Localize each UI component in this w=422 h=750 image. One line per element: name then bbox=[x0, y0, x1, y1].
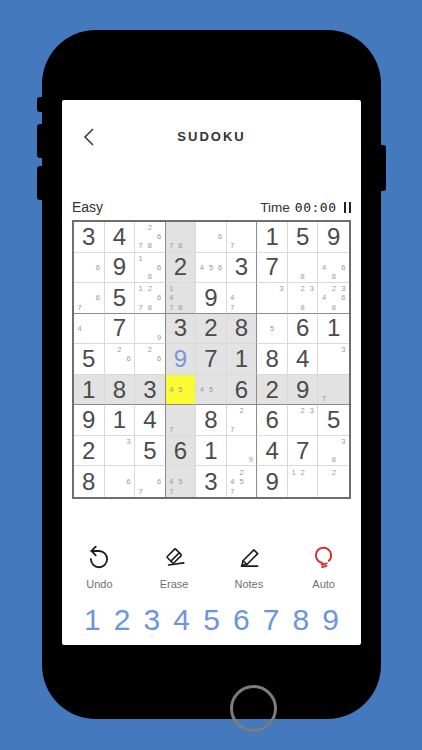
given-digit: 8 bbox=[82, 470, 95, 494]
pencil-notes: 2678 bbox=[136, 223, 164, 251]
cell-r2c8[interactable]: 8 bbox=[288, 253, 319, 284]
auto-label: Auto bbox=[312, 578, 335, 590]
cell-r9c6[interactable]: 2457 bbox=[227, 466, 258, 497]
given-digit: 3 bbox=[143, 378, 156, 402]
numpad-4[interactable]: 4 bbox=[173, 600, 190, 640]
given-digit: 8 bbox=[265, 347, 278, 371]
cell-r8c5[interactable]: 1 bbox=[196, 436, 227, 467]
cell-r3c3[interactable]: 12678 bbox=[135, 283, 166, 314]
cell-r6c2[interactable]: 8 bbox=[105, 375, 136, 406]
pencil-notes: 38 bbox=[319, 437, 348, 465]
blue-background: SUDOKU Easy Time 00:00 34267878671596916… bbox=[0, 0, 422, 750]
pencil-notes: 457 bbox=[167, 467, 195, 496]
given-digit: 9 bbox=[113, 255, 126, 279]
cell-r2c4[interactable]: 2 bbox=[166, 253, 197, 284]
pencil-notes: 2457 bbox=[228, 467, 256, 496]
given-digit: 5 bbox=[143, 439, 156, 463]
cell-r5c2[interactable]: 26 bbox=[105, 344, 136, 375]
pencil-notes: 26 bbox=[106, 345, 134, 373]
given-digit: 2 bbox=[174, 255, 187, 279]
undo-label: Undo bbox=[86, 578, 112, 590]
given-digit: 1 bbox=[82, 378, 95, 402]
cell-r4c9[interactable]: 1 bbox=[318, 314, 349, 345]
pencil-notes: 238 bbox=[289, 284, 317, 312]
cell-r1c5[interactable]: 6 bbox=[196, 222, 227, 253]
cell-r6c4[interactable]: 45 bbox=[166, 375, 197, 406]
cell-r3c9[interactable]: 23468 bbox=[318, 283, 349, 314]
cell-r2c3[interactable]: 168 bbox=[135, 253, 166, 284]
numpad-1[interactable]: 1 bbox=[84, 600, 101, 640]
pencil-notes: 27 bbox=[228, 406, 256, 434]
given-digit: 9 bbox=[327, 225, 340, 249]
sudoku-grid: 3426787867159691682456378468675126781478… bbox=[72, 220, 351, 499]
given-digit: 8 bbox=[113, 378, 126, 402]
cell-r2c7[interactable]: 7 bbox=[257, 253, 288, 284]
cell-r2c5[interactable]: 456 bbox=[196, 253, 227, 284]
erase-button[interactable]: Erase bbox=[137, 545, 212, 590]
given-digit: 9 bbox=[82, 408, 95, 432]
given-digit: 5 bbox=[113, 286, 126, 310]
given-digit: 3 bbox=[174, 316, 187, 340]
pencil-notes: 23 bbox=[289, 406, 317, 434]
cell-r1c2[interactable]: 4 bbox=[105, 222, 136, 253]
notes-button[interactable]: Notes bbox=[212, 545, 287, 590]
given-digit: 2 bbox=[82, 439, 95, 463]
cell-r9c5[interactable]: 3 bbox=[196, 466, 227, 497]
cell-r7c4[interactable]: 7 bbox=[166, 405, 197, 436]
pencil-notes: 6 bbox=[75, 254, 103, 282]
cell-r6c3[interactable]: 3 bbox=[135, 375, 166, 406]
undo-button[interactable]: Undo bbox=[62, 545, 137, 590]
given-digit: 6 bbox=[235, 378, 248, 402]
given-digit: 6 bbox=[174, 439, 187, 463]
cell-r2c2[interactable]: 9 bbox=[105, 253, 136, 284]
cell-r9c9[interactable]: 2 bbox=[318, 466, 349, 497]
pencil-notes: 12678 bbox=[136, 284, 164, 312]
notes-label: Notes bbox=[235, 578, 264, 590]
cell-r6c5[interactable]: 45 bbox=[196, 375, 227, 406]
given-digit: 7 bbox=[296, 439, 309, 463]
given-digit: 7 bbox=[113, 316, 126, 340]
page-title: SUDOKU bbox=[62, 124, 361, 150]
cell-r5c6[interactable]: 1 bbox=[227, 344, 258, 375]
cell-r6c7[interactable]: 2 bbox=[257, 375, 288, 406]
undo-icon bbox=[86, 545, 112, 571]
app-screen: SUDOKU Easy Time 00:00 34267878671596916… bbox=[62, 100, 361, 645]
cell-r4c1[interactable]: 4 bbox=[74, 314, 105, 345]
cell-r1c8[interactable]: 5 bbox=[288, 222, 319, 253]
pencil-notes: 5 bbox=[258, 315, 286, 343]
cell-r5c8[interactable]: 4 bbox=[288, 344, 319, 375]
cell-r4c5[interactable]: 2 bbox=[196, 314, 227, 345]
pencil-notes: 4 bbox=[75, 315, 103, 343]
app-header: SUDOKU bbox=[62, 124, 361, 150]
cell-r7c7[interactable]: 6 bbox=[257, 405, 288, 436]
given-digit: 8 bbox=[235, 316, 248, 340]
cell-r4c6[interactable]: 8 bbox=[227, 314, 258, 345]
cell-r8c3[interactable]: 5 bbox=[135, 436, 166, 467]
auto-button[interactable]: Auto bbox=[286, 545, 361, 590]
cell-r8c7[interactable]: 4 bbox=[257, 436, 288, 467]
pencil-notes: 7 bbox=[228, 223, 256, 251]
numpad-5[interactable]: 5 bbox=[203, 600, 220, 640]
cell-r8c8[interactable]: 7 bbox=[288, 436, 319, 467]
cell-r4c4[interactable]: 3 bbox=[166, 314, 197, 345]
pencil-icon bbox=[236, 545, 262, 571]
hint-bulb-icon bbox=[311, 545, 337, 571]
given-digit: 4 bbox=[265, 439, 278, 463]
pencil-notes: 168 bbox=[136, 254, 164, 282]
pencil-notes: 6 bbox=[106, 467, 134, 496]
pencil-notes: 7 bbox=[167, 406, 195, 434]
pencil-notes: 67 bbox=[136, 467, 164, 496]
cell-r7c6[interactable]: 27 bbox=[227, 405, 258, 436]
number-pad: 1 2 3 4 5 6 7 8 9 bbox=[84, 600, 339, 640]
cell-r3c1[interactable]: 67 bbox=[74, 283, 105, 314]
cell-r2c6[interactable]: 3 bbox=[227, 253, 258, 284]
cell-r3c4[interactable]: 1478 bbox=[166, 283, 197, 314]
cell-r9c1[interactable]: 8 bbox=[74, 466, 105, 497]
cell-r1c3[interactable]: 2678 bbox=[135, 222, 166, 253]
pencil-notes: 26 bbox=[136, 345, 164, 373]
cell-r1c9[interactable]: 9 bbox=[318, 222, 349, 253]
cell-r2c9[interactable]: 468 bbox=[318, 253, 349, 284]
given-digit: 9 bbox=[265, 470, 278, 494]
pencil-notes: 3 bbox=[258, 284, 286, 312]
erase-label: Erase bbox=[160, 578, 189, 590]
cell-r6c9[interactable]: 7 bbox=[318, 375, 349, 406]
cell-r3c2[interactable]: 5 bbox=[105, 283, 136, 314]
cell-r8c6[interactable]: 9 bbox=[227, 436, 258, 467]
cell-r9c2[interactable]: 6 bbox=[105, 466, 136, 497]
given-digit: 3 bbox=[82, 225, 95, 249]
home-button[interactable] bbox=[230, 685, 277, 732]
given-digit: 7 bbox=[265, 255, 278, 279]
cell-r9c3[interactable]: 67 bbox=[135, 466, 166, 497]
numpad-9[interactable]: 9 bbox=[322, 600, 339, 640]
given-digit: 8 bbox=[204, 408, 217, 432]
cell-r3c8[interactable]: 238 bbox=[288, 283, 319, 314]
pencil-notes: 47 bbox=[228, 284, 256, 312]
cell-r3c6[interactable]: 47 bbox=[227, 283, 258, 314]
cell-r1c4[interactable]: 78 bbox=[166, 222, 197, 253]
cell-r5c9[interactable]: 3 bbox=[318, 344, 349, 375]
back-button[interactable] bbox=[78, 125, 102, 149]
cell-r7c2[interactable]: 1 bbox=[105, 405, 136, 436]
given-digit: 1 bbox=[265, 225, 278, 249]
cell-r1c1[interactable]: 3 bbox=[74, 222, 105, 253]
cell-r8c1[interactable]: 2 bbox=[74, 436, 105, 467]
pencil-notes: 7 bbox=[319, 376, 348, 404]
given-digit: 1 bbox=[235, 347, 248, 371]
given-digit: 5 bbox=[327, 408, 340, 432]
numpad-2[interactable]: 2 bbox=[114, 600, 131, 640]
cell-r7c9[interactable]: 5 bbox=[318, 405, 349, 436]
time-label: Time bbox=[260, 200, 290, 215]
given-digit: 4 bbox=[143, 408, 156, 432]
pencil-notes: 78 bbox=[167, 223, 195, 251]
cell-r5c1[interactable]: 5 bbox=[74, 344, 105, 375]
given-digit: 5 bbox=[82, 347, 95, 371]
chevron-left-icon bbox=[78, 135, 102, 152]
cell-r4c2[interactable]: 7 bbox=[105, 314, 136, 345]
cell-r4c7[interactable]: 5 bbox=[257, 314, 288, 345]
cell-r5c7[interactable]: 8 bbox=[257, 344, 288, 375]
eraser-icon bbox=[161, 545, 187, 571]
pencil-notes: 45 bbox=[197, 376, 225, 404]
cell-r6c1[interactable]: 1 bbox=[74, 375, 105, 406]
pencil-notes: 23468 bbox=[319, 284, 348, 312]
given-digit: 4 bbox=[296, 347, 309, 371]
cell-r9c8[interactable]: 12 bbox=[288, 466, 319, 497]
toolbar: Undo Erase bbox=[62, 545, 361, 590]
pencil-notes: 456 bbox=[197, 254, 225, 282]
cell-r4c8[interactable]: 6 bbox=[288, 314, 319, 345]
cell-r5c3[interactable]: 26 bbox=[135, 344, 166, 375]
cell-r7c8[interactable]: 23 bbox=[288, 405, 319, 436]
given-digit: 9 bbox=[296, 378, 309, 402]
numpad-7[interactable]: 7 bbox=[263, 600, 280, 640]
cell-r6c8[interactable]: 9 bbox=[288, 375, 319, 406]
numpad-6[interactable]: 6 bbox=[233, 600, 250, 640]
cell-r6c6[interactable]: 6 bbox=[227, 375, 258, 406]
time-value: 00:00 bbox=[295, 200, 337, 215]
given-digit: 5 bbox=[296, 225, 309, 249]
user-digit: 9 bbox=[174, 347, 187, 371]
given-digit: 1 bbox=[113, 408, 126, 432]
cell-r7c3[interactable]: 4 bbox=[135, 405, 166, 436]
pencil-notes: 3 bbox=[106, 437, 134, 465]
pencil-notes: 67 bbox=[75, 284, 103, 312]
cell-r3c7[interactable]: 3 bbox=[257, 283, 288, 314]
cell-r4c3[interactable]: 9 bbox=[135, 314, 166, 345]
pause-icon[interactable] bbox=[344, 202, 352, 213]
pencil-notes: 45 bbox=[167, 376, 195, 404]
pencil-notes: 12 bbox=[289, 467, 317, 496]
given-digit: 3 bbox=[204, 470, 217, 494]
given-digit: 2 bbox=[265, 378, 278, 402]
timer: Time 00:00 bbox=[260, 200, 351, 215]
cell-r3c5[interactable]: 9 bbox=[196, 283, 227, 314]
info-row: Easy Time 00:00 bbox=[72, 198, 351, 216]
cell-r7c5[interactable]: 8 bbox=[196, 405, 227, 436]
cell-r5c5[interactable]: 7 bbox=[196, 344, 227, 375]
cell-r9c4[interactable]: 457 bbox=[166, 466, 197, 497]
difficulty-label: Easy bbox=[72, 199, 103, 215]
numpad-8[interactable]: 8 bbox=[292, 600, 309, 640]
cell-r5c4[interactable]: 9 bbox=[166, 344, 197, 375]
cell-r7c1[interactable]: 9 bbox=[74, 405, 105, 436]
cell-r1c7[interactable]: 1 bbox=[257, 222, 288, 253]
given-digit: 4 bbox=[113, 225, 126, 249]
given-digit: 6 bbox=[265, 408, 278, 432]
cell-r9c7[interactable]: 9 bbox=[257, 466, 288, 497]
cell-r1c6[interactable]: 7 bbox=[227, 222, 258, 253]
pencil-notes: 6 bbox=[197, 223, 225, 251]
pencil-notes: 2 bbox=[319, 467, 348, 496]
given-digit: 3 bbox=[235, 255, 248, 279]
given-digit: 1 bbox=[204, 439, 217, 463]
pencil-notes: 468 bbox=[319, 254, 348, 282]
pencil-notes: 1478 bbox=[167, 284, 195, 312]
given-digit: 9 bbox=[204, 286, 217, 310]
pencil-notes: 3 bbox=[319, 345, 348, 373]
cell-r2c1[interactable]: 6 bbox=[74, 253, 105, 284]
given-digit: 2 bbox=[204, 316, 217, 340]
numpad-3[interactable]: 3 bbox=[144, 600, 161, 640]
cell-r8c2[interactable]: 3 bbox=[105, 436, 136, 467]
given-digit: 7 bbox=[204, 347, 217, 371]
given-digit: 6 bbox=[296, 316, 309, 340]
cell-r8c9[interactable]: 38 bbox=[318, 436, 349, 467]
cell-r8c4[interactable]: 6 bbox=[166, 436, 197, 467]
pencil-notes: 9 bbox=[136, 315, 164, 343]
pencil-notes: 8 bbox=[289, 254, 317, 282]
given-digit: 1 bbox=[327, 316, 340, 340]
pencil-notes: 9 bbox=[228, 437, 256, 465]
